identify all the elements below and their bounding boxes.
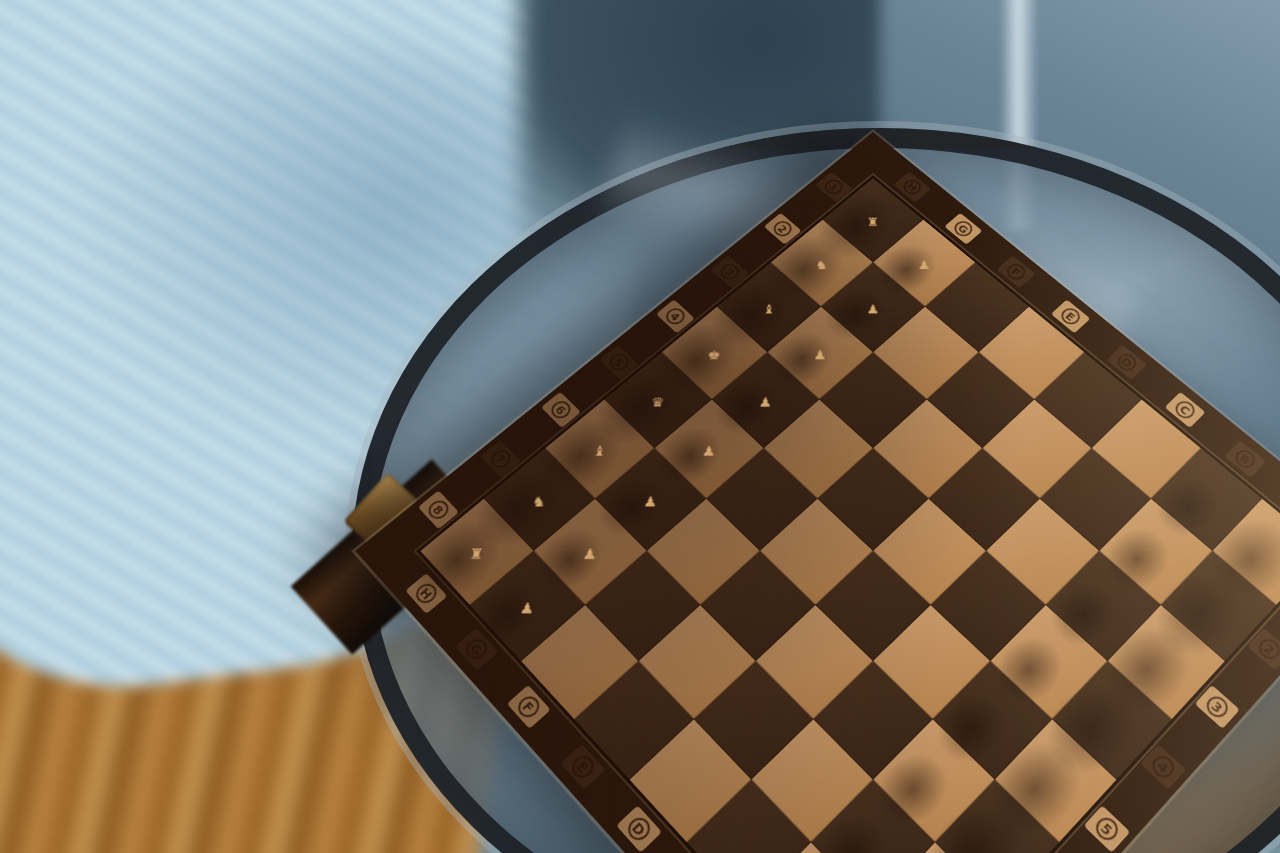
file-label: F (997, 255, 1036, 288)
file-label: H (405, 573, 447, 614)
rank-label: 2 (1247, 628, 1280, 671)
rank-label: 4 (1140, 744, 1186, 790)
photo-scene: HHGGFFEEDDCCBBAA1122334455667788 ♜♞♝♚♛♝♞… (0, 0, 1280, 853)
file-label: E (1051, 299, 1090, 333)
file-label: D (616, 805, 662, 853)
rank-label: 1 (815, 172, 852, 203)
square[interactable] (1108, 605, 1225, 719)
square[interactable] (811, 780, 935, 853)
file-label: F (507, 685, 551, 729)
square[interactable] (873, 605, 990, 719)
square[interactable] (1161, 551, 1276, 661)
square[interactable] (931, 551, 1046, 661)
square[interactable] (1052, 661, 1171, 780)
file-label: D (1107, 345, 1147, 380)
square[interactable] (873, 842, 999, 853)
file-label: G (455, 628, 498, 671)
square[interactable] (574, 661, 693, 780)
square[interactable] (585, 551, 700, 661)
perspective-container: HHGGFFEEDDCCBBAA1122334455667788 ♜♞♝♚♛♝♞… (0, 0, 1280, 853)
square[interactable] (687, 780, 811, 853)
board-grid (420, 178, 1280, 853)
square[interactable] (995, 719, 1117, 842)
square[interactable] (1046, 551, 1161, 661)
chess-board: HHGGFFEEDDCCBBAA1122334455667788 ♜♞♝♚♛♝♞… (355, 132, 1280, 853)
square[interactable] (694, 661, 813, 780)
square[interactable] (751, 719, 873, 842)
square[interactable] (700, 551, 815, 661)
square[interactable] (990, 605, 1107, 719)
square[interactable] (638, 605, 755, 719)
file-label: H (894, 172, 931, 203)
square[interactable] (873, 719, 995, 842)
square[interactable] (630, 719, 752, 842)
rank-label: 3 (1195, 685, 1240, 729)
square[interactable] (756, 605, 873, 719)
square[interactable] (935, 780, 1059, 853)
file-label: E (560, 744, 605, 790)
square[interactable] (813, 661, 932, 780)
file-label: G (944, 213, 982, 245)
square[interactable] (470, 551, 585, 661)
square[interactable] (933, 661, 1052, 780)
square[interactable] (747, 842, 873, 853)
square[interactable] (815, 551, 930, 661)
square[interactable] (521, 605, 638, 719)
rank-label: 5 (1084, 805, 1131, 853)
